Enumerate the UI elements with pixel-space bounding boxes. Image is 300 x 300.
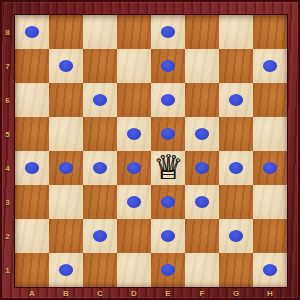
legal-move-dot-h1[interactable] [263, 264, 277, 276]
square-d4[interactable] [117, 151, 151, 185]
square-d3[interactable] [117, 185, 151, 219]
rank-label-4: 4 [2, 151, 13, 185]
rank-label-2: 2 [2, 219, 13, 253]
square-a5[interactable] [15, 117, 49, 151]
square-c3[interactable] [83, 185, 117, 219]
rank-label-8: 8 [2, 15, 13, 49]
square-e3[interactable] [151, 185, 185, 219]
rank-label-7: 7 [2, 49, 13, 83]
square-c1[interactable] [83, 253, 117, 287]
square-c6[interactable] [83, 83, 117, 117]
file-label-B: B [49, 287, 83, 299]
square-d1[interactable] [117, 253, 151, 287]
square-h8[interactable] [253, 15, 287, 49]
legal-move-dot-c4[interactable] [93, 162, 107, 174]
square-a3[interactable] [15, 185, 49, 219]
square-g8[interactable] [219, 15, 253, 49]
square-a1[interactable] [15, 253, 49, 287]
legal-move-dot-f4[interactable] [195, 162, 209, 174]
legal-move-dot-h7[interactable] [263, 60, 277, 72]
legal-move-dot-e1[interactable] [161, 264, 175, 276]
square-g5[interactable] [219, 117, 253, 151]
square-f2[interactable] [185, 219, 219, 253]
square-h3[interactable] [253, 185, 287, 219]
square-f7[interactable] [185, 49, 219, 83]
square-h2[interactable] [253, 219, 287, 253]
rank-label-5: 5 [2, 117, 13, 151]
rank-label-3: 3 [2, 185, 13, 219]
legal-move-dot-a8[interactable] [25, 26, 39, 38]
legal-move-dot-g4[interactable] [229, 162, 243, 174]
legal-move-dot-e3[interactable] [161, 196, 175, 208]
square-d2[interactable] [117, 219, 151, 253]
square-g1[interactable] [219, 253, 253, 287]
square-a8[interactable] [15, 15, 49, 49]
square-d5[interactable] [117, 117, 151, 151]
square-a4[interactable] [15, 151, 49, 185]
legal-move-dot-a4[interactable] [25, 162, 39, 174]
square-b2[interactable] [49, 219, 83, 253]
square-f5[interactable] [185, 117, 219, 151]
square-h6[interactable] [253, 83, 287, 117]
rank-label-1: 1 [2, 253, 13, 287]
chess-app: ♕ 87654321 ABCDEFGH [0, 0, 300, 300]
legal-move-dot-d5[interactable] [127, 128, 141, 140]
file-label-F: F [185, 287, 219, 299]
legal-move-dot-g2[interactable] [229, 230, 243, 242]
square-a7[interactable] [15, 49, 49, 83]
square-e6[interactable] [151, 83, 185, 117]
white-queen-piece[interactable]: ♕ [153, 150, 183, 184]
square-b4[interactable] [49, 151, 83, 185]
legal-move-dot-b4[interactable] [59, 162, 73, 174]
square-f4[interactable] [185, 151, 219, 185]
legal-move-dot-e6[interactable] [161, 94, 175, 106]
square-h5[interactable] [253, 117, 287, 151]
legal-move-dot-b7[interactable] [59, 60, 73, 72]
legal-move-dot-h4[interactable] [263, 162, 277, 174]
square-g7[interactable] [219, 49, 253, 83]
square-a6[interactable] [15, 83, 49, 117]
square-e2[interactable] [151, 219, 185, 253]
square-f3[interactable] [185, 185, 219, 219]
square-b8[interactable] [49, 15, 83, 49]
square-e4[interactable]: ♕ [151, 151, 185, 185]
legal-move-dot-c2[interactable] [93, 230, 107, 242]
square-d7[interactable] [117, 49, 151, 83]
square-a2[interactable] [15, 219, 49, 253]
legal-move-dot-d3[interactable] [127, 196, 141, 208]
square-g3[interactable] [219, 185, 253, 219]
legal-move-dot-f5[interactable] [195, 128, 209, 140]
square-b5[interactable] [49, 117, 83, 151]
square-b7[interactable] [49, 49, 83, 83]
file-label-D: D [117, 287, 151, 299]
square-f6[interactable] [185, 83, 219, 117]
square-c4[interactable] [83, 151, 117, 185]
file-label-H: H [253, 287, 287, 299]
legal-move-dot-d4[interactable] [127, 162, 141, 174]
square-d6[interactable] [117, 83, 151, 117]
rank-label-6: 6 [2, 83, 13, 117]
legal-move-dot-c6[interactable] [93, 94, 107, 106]
file-label-G: G [219, 287, 253, 299]
square-c7[interactable] [83, 49, 117, 83]
square-e7[interactable] [151, 49, 185, 83]
file-label-C: C [83, 287, 117, 299]
legal-move-dot-e5[interactable] [161, 128, 175, 140]
square-h1[interactable] [253, 253, 287, 287]
file-label-E: E [151, 287, 185, 299]
file-label-A: A [15, 287, 49, 299]
square-e8[interactable] [151, 15, 185, 49]
square-b3[interactable] [49, 185, 83, 219]
square-b1[interactable] [49, 253, 83, 287]
square-h4[interactable] [253, 151, 287, 185]
square-c8[interactable] [83, 15, 117, 49]
legal-move-dot-g6[interactable] [229, 94, 243, 106]
chess-board: ♕ [15, 15, 287, 287]
square-e1[interactable] [151, 253, 185, 287]
square-f1[interactable] [185, 253, 219, 287]
square-c2[interactable] [83, 219, 117, 253]
square-g2[interactable] [219, 219, 253, 253]
square-c5[interactable] [83, 117, 117, 151]
legal-move-dot-e2[interactable] [161, 230, 175, 242]
legal-move-dot-f3[interactable] [195, 196, 209, 208]
square-h7[interactable] [253, 49, 287, 83]
square-d8[interactable] [117, 15, 151, 49]
square-b6[interactable] [49, 83, 83, 117]
legal-move-dot-b1[interactable] [59, 264, 73, 276]
square-g6[interactable] [219, 83, 253, 117]
square-f8[interactable] [185, 15, 219, 49]
legal-move-dot-e8[interactable] [161, 26, 175, 38]
legal-move-dot-e7[interactable] [161, 60, 175, 72]
square-g4[interactable] [219, 151, 253, 185]
